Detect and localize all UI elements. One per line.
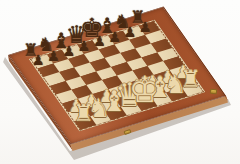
brass-hinge [210,89,218,95]
product-photo: ♜♞♝♛♚♝♞♜♟♟♟♟♟♟♟♟♟♟♟♟♟♟♟♟♜♞♝♛♚♝♞♜ [0,0,240,164]
chess-board [8,6,226,144]
